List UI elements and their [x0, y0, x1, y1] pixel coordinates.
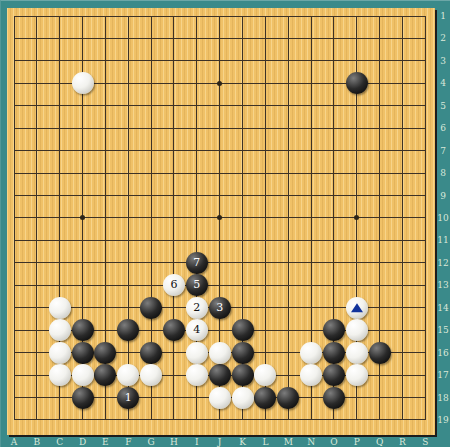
stone-black-I13[interactable]: 5 — [186, 274, 208, 296]
col-label-P: P — [349, 437, 365, 447]
stone-white-N16[interactable] — [300, 342, 322, 364]
move-number-label: 4 — [186, 319, 208, 341]
stone-white-P16[interactable] — [346, 342, 368, 364]
col-label-N: N — [303, 437, 319, 447]
grid-line-horizontal — [14, 262, 425, 263]
col-label-M: M — [280, 437, 296, 447]
col-label-F: F — [120, 437, 136, 447]
row-label-19: 19 — [435, 415, 450, 426]
grid-line-horizontal — [14, 285, 425, 286]
stone-black-J17[interactable] — [209, 364, 231, 386]
col-label-R: R — [395, 437, 411, 447]
col-label-J: J — [212, 437, 228, 447]
stone-white-P14[interactable] — [346, 297, 368, 319]
col-label-Q: Q — [372, 437, 388, 447]
row-label-1: 1 — [435, 11, 450, 22]
stone-white-C15[interactable] — [49, 319, 71, 341]
col-label-B: B — [29, 437, 45, 447]
row-label-14: 14 — [435, 303, 450, 314]
stone-black-I12[interactable]: 7 — [186, 252, 208, 274]
grid-line-vertical — [288, 16, 289, 420]
stone-black-L18[interactable] — [254, 387, 276, 409]
stone-white-I15[interactable]: 4 — [186, 319, 208, 341]
grid-line-horizontal — [14, 240, 425, 241]
col-label-K: K — [235, 437, 251, 447]
stone-white-K18[interactable] — [232, 387, 254, 409]
stone-black-E16[interactable] — [94, 342, 116, 364]
stone-black-O16[interactable] — [323, 342, 345, 364]
grid-line-vertical — [265, 16, 266, 420]
star-point-J4 — [217, 81, 222, 86]
move-number-label: 2 — [186, 297, 208, 319]
stone-black-O15[interactable] — [323, 319, 345, 341]
grid-line-vertical — [402, 16, 403, 420]
row-label-18: 18 — [435, 393, 450, 404]
stone-white-D4[interactable] — [72, 72, 94, 94]
row-label-15: 15 — [435, 325, 450, 336]
stone-white-J18[interactable] — [209, 387, 231, 409]
move-number-label: 3 — [209, 297, 231, 319]
stone-white-I14[interactable]: 2 — [186, 297, 208, 319]
stone-white-N17[interactable] — [300, 364, 322, 386]
stone-white-P17[interactable] — [346, 364, 368, 386]
row-label-17: 17 — [435, 370, 450, 381]
move-number-label: 1 — [117, 387, 139, 409]
col-label-E: E — [97, 437, 113, 447]
row-label-4: 4 — [435, 78, 450, 89]
stone-black-D18[interactable] — [72, 387, 94, 409]
stone-black-D15[interactable] — [72, 319, 94, 341]
stone-white-P15[interactable] — [346, 319, 368, 341]
col-label-H: H — [166, 437, 182, 447]
stone-black-H15[interactable] — [163, 319, 185, 341]
stone-black-O17[interactable] — [323, 364, 345, 386]
row-label-11: 11 — [435, 235, 450, 246]
move-number-label: 5 — [186, 274, 208, 296]
col-label-O: O — [326, 437, 342, 447]
stone-black-K15[interactable] — [232, 319, 254, 341]
stone-black-G14[interactable] — [140, 297, 162, 319]
row-label-7: 7 — [435, 146, 450, 157]
row-label-10: 10 — [435, 213, 450, 224]
col-label-L: L — [257, 437, 273, 447]
stone-white-C17[interactable] — [49, 364, 71, 386]
stone-white-I17[interactable] — [186, 364, 208, 386]
row-label-6: 6 — [435, 123, 450, 134]
row-label-9: 9 — [435, 191, 450, 202]
go-board-frame: 1753624 ABCDEFGHIJKLMNOPQRS 123456789101… — [0, 0, 450, 447]
stone-black-G16[interactable] — [140, 342, 162, 364]
col-label-A: A — [6, 437, 22, 447]
col-label-S: S — [417, 437, 433, 447]
row-label-12: 12 — [435, 258, 450, 269]
stone-white-H13[interactable]: 6 — [163, 274, 185, 296]
stone-black-P4[interactable] — [346, 72, 368, 94]
stone-black-O18[interactable] — [323, 387, 345, 409]
grid-line-horizontal — [14, 419, 425, 420]
triangle-marker — [351, 303, 363, 312]
col-label-I: I — [189, 437, 205, 447]
stone-black-Q16[interactable] — [369, 342, 391, 364]
stone-black-M18[interactable] — [277, 387, 299, 409]
move-number-label: 6 — [163, 274, 185, 296]
stone-white-C14[interactable] — [49, 297, 71, 319]
stone-black-K17[interactable] — [232, 364, 254, 386]
row-label-3: 3 — [435, 56, 450, 67]
col-label-G: G — [143, 437, 159, 447]
row-label-2: 2 — [435, 33, 450, 44]
stone-white-I16[interactable] — [186, 342, 208, 364]
stone-black-K16[interactable] — [232, 342, 254, 364]
grid-line-vertical — [425, 16, 426, 420]
move-number-label: 7 — [186, 252, 208, 274]
row-label-13: 13 — [435, 280, 450, 291]
stone-black-J14[interactable]: 3 — [209, 297, 231, 319]
col-label-D: D — [75, 437, 91, 447]
stone-white-D17[interactable] — [72, 364, 94, 386]
row-label-5: 5 — [435, 101, 450, 112]
row-label-8: 8 — [435, 168, 450, 179]
stone-black-F18[interactable]: 1 — [117, 387, 139, 409]
col-label-C: C — [52, 437, 68, 447]
row-label-16: 16 — [435, 348, 450, 359]
stone-white-J16[interactable] — [209, 342, 231, 364]
stone-black-D16[interactable] — [72, 342, 94, 364]
stone-white-C16[interactable] — [49, 342, 71, 364]
